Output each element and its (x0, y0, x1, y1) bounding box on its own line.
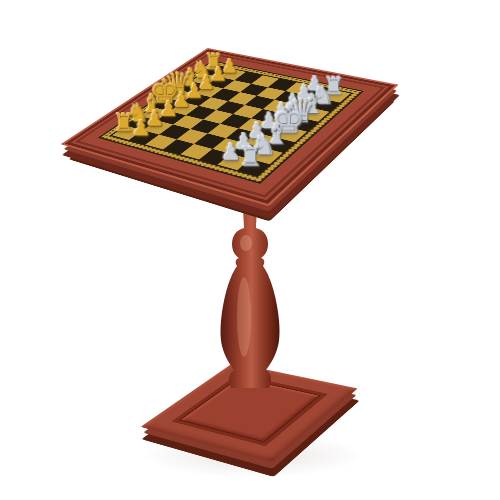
pedestal-column (190, 195, 310, 400)
product-photo: ♜♟♟♜♞♟♟♞♝♟♟♝♛♟♟♛♚♟♟♚♝♟♟♝♞♟♟♞♜♟♟♜ (0, 0, 500, 500)
table-top: ♜♟♟♜♞♟♟♞♝♟♟♝♛♟♟♛♚♟♟♚♝♟♟♝♞♟♟♞♜♟♟♜ (61, 48, 399, 206)
silver-rook-h8: ♜ (232, 144, 270, 170)
pedestal-highlight (237, 277, 251, 357)
pedestal-shape (221, 200, 280, 388)
pedestal-bead-highlight (240, 235, 252, 251)
gold-pawn-h2: ♟ (123, 119, 158, 140)
